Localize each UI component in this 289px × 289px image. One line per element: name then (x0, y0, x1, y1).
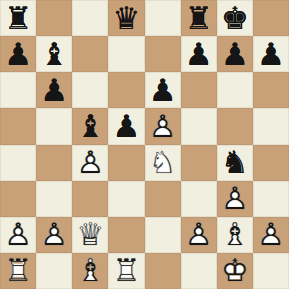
black-pawn-a7: ♟♟ (0, 36, 36, 72)
white-pawn-c4: ♟♙ (72, 145, 108, 181)
white-pawn-b2: ♟♙ (36, 217, 72, 253)
white-pawn-a2: ♟♙ (0, 217, 36, 253)
square-g5[interactable] (217, 108, 253, 144)
square-e2[interactable] (145, 217, 181, 253)
black-pawn-d5: ♟♟ (108, 108, 144, 144)
square-h6[interactable] (253, 72, 289, 108)
white-king-g1: ♚♔ (217, 253, 253, 289)
black-pawn-e6: ♟♟ (145, 72, 181, 108)
square-a4[interactable] (0, 145, 36, 181)
piece-outline-glyph: ♖ (108, 253, 144, 289)
white-rook-a1: ♜♖ (0, 253, 36, 289)
square-g3[interactable]: ♟♙ (217, 181, 253, 217)
piece-outline-glyph: ♟ (0, 36, 36, 72)
white-pawn-g3: ♟♙ (217, 181, 253, 217)
square-b8[interactable] (36, 0, 72, 36)
square-d8[interactable]: ♛♛ (108, 0, 144, 36)
square-d1[interactable]: ♜♖ (108, 253, 144, 289)
square-f4[interactable] (181, 145, 217, 181)
square-h5[interactable] (253, 108, 289, 144)
black-king-g8: ♚♚ (217, 0, 253, 36)
black-knight-g4: ♞♞ (217, 145, 253, 181)
piece-outline-glyph: ♖ (0, 253, 36, 289)
piece-outline-glyph: ♜ (0, 0, 36, 36)
white-bishop-c1: ♝♗ (72, 253, 108, 289)
square-e6[interactable]: ♟♟ (145, 72, 181, 108)
white-rook-d1: ♜♖ (108, 253, 144, 289)
square-c4[interactable]: ♟♙ (72, 145, 108, 181)
black-queen-d8: ♛♛ (108, 0, 144, 36)
square-d2[interactable] (108, 217, 144, 253)
black-bishop-b7: ♝♝ (36, 36, 72, 72)
piece-outline-glyph: ♟ (36, 72, 72, 108)
square-b5[interactable] (36, 108, 72, 144)
square-c7[interactable] (72, 36, 108, 72)
black-bishop-c5: ♝♝ (72, 108, 108, 144)
piece-outline-glyph: ♟ (108, 108, 144, 144)
square-h7[interactable]: ♟♟ (253, 36, 289, 72)
square-c2[interactable]: ♛♕ (72, 217, 108, 253)
square-f5[interactable] (181, 108, 217, 144)
piece-outline-glyph: ♚ (217, 0, 253, 36)
square-f2[interactable]: ♟♙ (181, 217, 217, 253)
piece-outline-glyph: ♙ (36, 217, 72, 253)
square-e8[interactable] (145, 0, 181, 36)
piece-outline-glyph: ♙ (145, 108, 181, 144)
square-e7[interactable] (145, 36, 181, 72)
square-e1[interactable] (145, 253, 181, 289)
piece-outline-glyph: ♔ (217, 253, 253, 289)
square-h4[interactable] (253, 145, 289, 181)
square-f1[interactable] (181, 253, 217, 289)
white-pawn-f2: ♟♙ (181, 217, 217, 253)
square-c1[interactable]: ♝♗ (72, 253, 108, 289)
square-g4[interactable]: ♞♞ (217, 145, 253, 181)
piece-outline-glyph: ♙ (0, 217, 36, 253)
square-g1[interactable]: ♚♔ (217, 253, 253, 289)
piece-outline-glyph: ♕ (72, 217, 108, 253)
white-queen-c2: ♛♕ (72, 217, 108, 253)
square-d3[interactable] (108, 181, 144, 217)
piece-outline-glyph: ♙ (253, 217, 289, 253)
black-pawn-f7: ♟♟ (181, 36, 217, 72)
square-h3[interactable] (253, 181, 289, 217)
piece-outline-glyph: ♝ (72, 108, 108, 144)
square-b2[interactable]: ♟♙ (36, 217, 72, 253)
square-g2[interactable]: ♝♗ (217, 217, 253, 253)
square-a8[interactable]: ♜♜ (0, 0, 36, 36)
square-c8[interactable] (72, 0, 108, 36)
square-d5[interactable]: ♟♟ (108, 108, 144, 144)
square-h8[interactable] (253, 0, 289, 36)
white-pawn-e5: ♟♙ (145, 108, 181, 144)
square-e3[interactable] (145, 181, 181, 217)
piece-outline-glyph: ♝ (36, 36, 72, 72)
square-f6[interactable] (181, 72, 217, 108)
square-e4[interactable]: ♞♘ (145, 145, 181, 181)
square-a2[interactable]: ♟♙ (0, 217, 36, 253)
square-d6[interactable] (108, 72, 144, 108)
square-d7[interactable] (108, 36, 144, 72)
black-pawn-h7: ♟♟ (253, 36, 289, 72)
square-b6[interactable]: ♟♟ (36, 72, 72, 108)
square-a7[interactable]: ♟♟ (0, 36, 36, 72)
piece-outline-glyph: ♟ (181, 36, 217, 72)
piece-outline-glyph: ♘ (145, 145, 181, 181)
chess-board: ♜♜♛♛♜♜♚♚♟♟♝♝♟♟♟♟♟♟♟♟♟♟♝♝♟♟♟♙♟♙♞♘♞♞♟♙♟♙♟♙… (0, 0, 289, 289)
square-d4[interactable] (108, 145, 144, 181)
square-a3[interactable] (0, 181, 36, 217)
square-c3[interactable] (72, 181, 108, 217)
square-g8[interactable]: ♚♚ (217, 0, 253, 36)
square-h1[interactable] (253, 253, 289, 289)
square-g6[interactable] (217, 72, 253, 108)
square-h2[interactable]: ♟♙ (253, 217, 289, 253)
square-b4[interactable] (36, 145, 72, 181)
piece-outline-glyph: ♗ (72, 253, 108, 289)
square-c5[interactable]: ♝♝ (72, 108, 108, 144)
black-pawn-g7: ♟♟ (217, 36, 253, 72)
piece-outline-glyph: ♞ (217, 145, 253, 181)
piece-outline-glyph: ♟ (217, 36, 253, 72)
piece-outline-glyph: ♙ (217, 181, 253, 217)
piece-outline-glyph: ♙ (181, 217, 217, 253)
square-b1[interactable] (36, 253, 72, 289)
square-g7[interactable]: ♟♟ (217, 36, 253, 72)
square-b3[interactable] (36, 181, 72, 217)
black-rook-f8: ♜♜ (181, 0, 217, 36)
square-f8[interactable]: ♜♜ (181, 0, 217, 36)
square-a5[interactable] (0, 108, 36, 144)
piece-outline-glyph: ♗ (217, 217, 253, 253)
white-knight-e4: ♞♘ (145, 145, 181, 181)
square-e5[interactable]: ♟♙ (145, 108, 181, 144)
black-pawn-b6: ♟♟ (36, 72, 72, 108)
piece-outline-glyph: ♜ (181, 0, 217, 36)
black-rook-a8: ♜♜ (0, 0, 36, 36)
piece-outline-glyph: ♛ (108, 0, 144, 36)
white-bishop-g2: ♝♗ (217, 217, 253, 253)
square-a1[interactable]: ♜♖ (0, 253, 36, 289)
piece-outline-glyph: ♙ (72, 145, 108, 181)
piece-outline-glyph: ♟ (253, 36, 289, 72)
white-pawn-h2: ♟♙ (253, 217, 289, 253)
square-a6[interactable] (0, 72, 36, 108)
square-b7[interactable]: ♝♝ (36, 36, 72, 72)
square-f3[interactable] (181, 181, 217, 217)
square-f7[interactable]: ♟♟ (181, 36, 217, 72)
piece-outline-glyph: ♟ (145, 72, 181, 108)
square-c6[interactable] (72, 72, 108, 108)
